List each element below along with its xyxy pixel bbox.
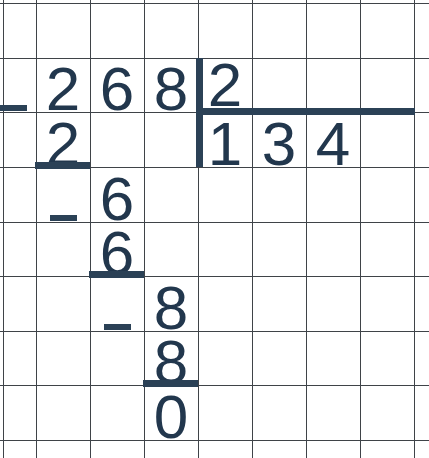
minus-sign-step3 bbox=[104, 324, 131, 330]
divisor-digit: 2 bbox=[198, 54, 252, 116]
subtraction-underline-step3 bbox=[143, 380, 198, 387]
grid-line-horizontal bbox=[0, 331, 429, 332]
grid-line-horizontal bbox=[0, 3, 429, 4]
dividend-digit: 6 bbox=[90, 58, 144, 120]
division-bracket-horizontal-line bbox=[196, 108, 415, 115]
quotient-digit: 1 bbox=[198, 113, 252, 175]
grid-line-horizontal bbox=[0, 440, 429, 441]
division-worksheet: 2682213466880 bbox=[0, 0, 429, 458]
quotient-digit: 4 bbox=[306, 113, 360, 175]
grid-line-vertical bbox=[3, 0, 4, 458]
grid-line-vertical bbox=[252, 0, 253, 458]
minus-sign-step1 bbox=[0, 105, 27, 111]
grid-line-vertical bbox=[414, 0, 415, 458]
remainder-digit: 0 bbox=[144, 386, 198, 448]
dividend-digit: 8 bbox=[144, 58, 198, 120]
grid-line-vertical bbox=[360, 0, 361, 458]
quotient-digit: 3 bbox=[252, 113, 306, 175]
subtraction-underline-step1 bbox=[35, 162, 90, 169]
grid-line-horizontal bbox=[0, 276, 429, 277]
grid-line-vertical bbox=[306, 0, 307, 458]
minus-sign-step2 bbox=[50, 215, 77, 221]
grid-line-horizontal bbox=[0, 222, 429, 223]
grid-line-horizontal bbox=[0, 385, 429, 386]
subtraction-underline-step2 bbox=[89, 271, 144, 278]
